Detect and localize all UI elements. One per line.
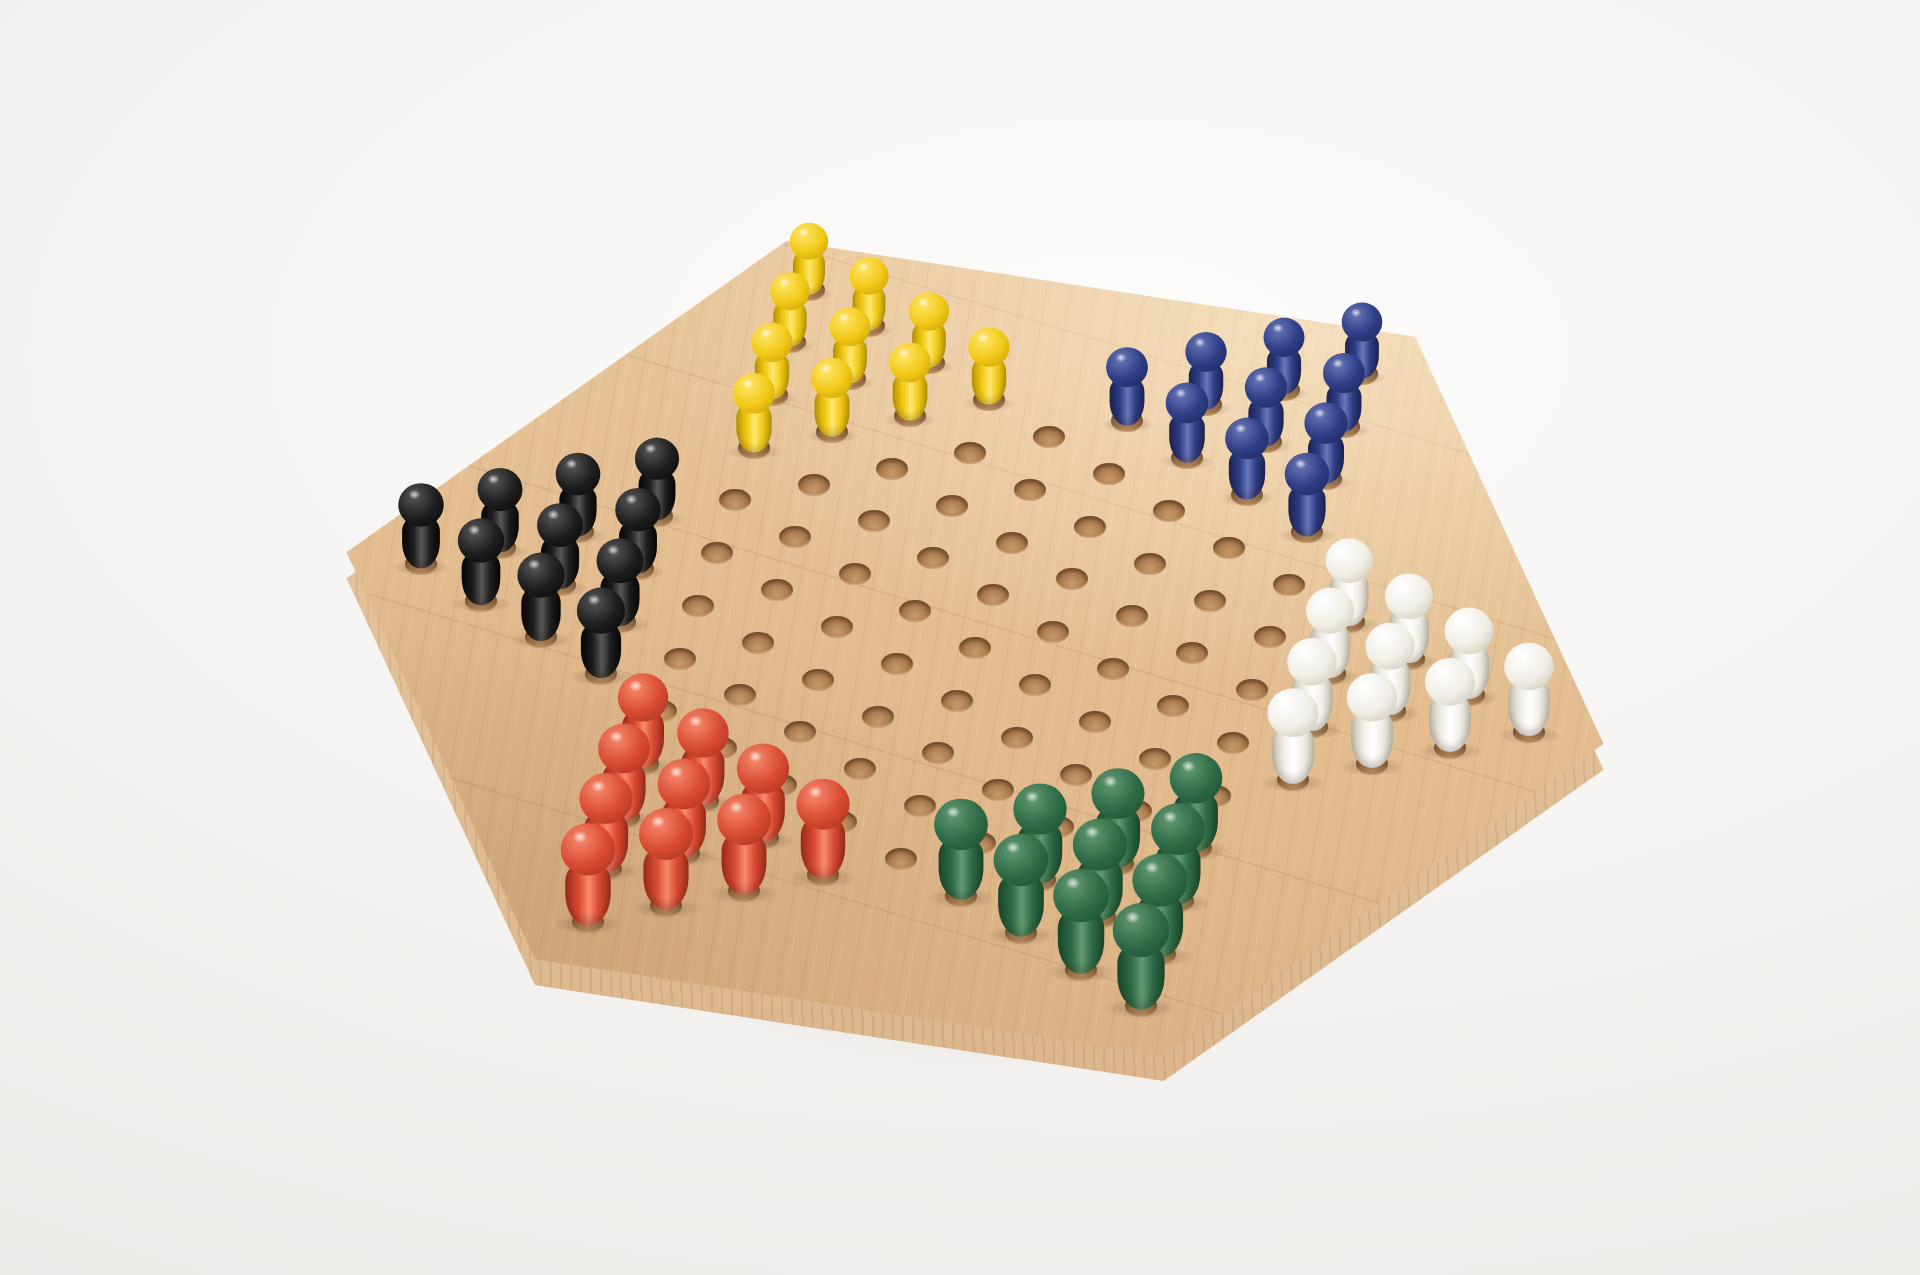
peg-white[interactable] xyxy=(1425,658,1475,756)
hole-empty[interactable] xyxy=(1079,711,1111,733)
peg-red[interactable] xyxy=(639,808,693,914)
peg-head xyxy=(934,798,988,850)
hole-empty[interactable] xyxy=(876,458,908,480)
peg-head xyxy=(1342,302,1383,341)
peg-head xyxy=(849,257,888,295)
peg-head xyxy=(1132,853,1187,906)
hole-empty[interactable] xyxy=(959,637,991,659)
hole-empty[interactable] xyxy=(1194,590,1226,612)
peg-head xyxy=(1268,688,1319,737)
hole-empty[interactable] xyxy=(1093,463,1125,485)
peg-head xyxy=(968,327,1009,367)
peg-red[interactable] xyxy=(796,778,849,882)
hole-empty[interactable] xyxy=(701,542,733,564)
hole-empty[interactable] xyxy=(1139,748,1171,770)
peg-head xyxy=(618,673,668,721)
peg-head xyxy=(596,538,643,583)
peg-head xyxy=(1346,673,1396,721)
peg-black[interactable] xyxy=(577,588,625,682)
hole-empty[interactable] xyxy=(1014,479,1046,501)
peg-head xyxy=(560,823,614,875)
hole-empty[interactable] xyxy=(1153,500,1185,522)
peg-head xyxy=(1285,453,1330,496)
peg-head xyxy=(1366,623,1415,670)
hole-empty[interactable] xyxy=(839,563,871,585)
peg-black[interactable] xyxy=(518,553,565,645)
peg-yellow[interactable] xyxy=(890,343,932,424)
peg-head xyxy=(639,808,693,860)
hole-empty[interactable] xyxy=(922,742,954,764)
hole-empty[interactable] xyxy=(798,474,830,496)
peg-head xyxy=(1264,317,1305,356)
peg-head xyxy=(1304,403,1347,444)
peg-head xyxy=(458,518,504,562)
hole-empty[interactable] xyxy=(996,532,1028,554)
peg-head xyxy=(1323,352,1365,392)
peg-head xyxy=(1091,768,1144,819)
hole-empty[interactable] xyxy=(881,653,913,675)
hole-empty[interactable] xyxy=(1019,674,1051,696)
hole-empty[interactable] xyxy=(1037,621,1069,643)
peg-head xyxy=(1385,573,1433,619)
hole-empty[interactable] xyxy=(862,706,894,728)
peg-head xyxy=(811,358,853,398)
peg-head xyxy=(579,773,632,824)
peg-yellow[interactable] xyxy=(732,373,774,456)
peg-head xyxy=(537,503,583,547)
hole-empty[interactable] xyxy=(821,616,853,638)
peg-head xyxy=(556,453,601,496)
hole-empty[interactable] xyxy=(1236,679,1268,701)
peg-head xyxy=(477,468,522,511)
peg-head xyxy=(577,588,625,634)
peg-head xyxy=(1053,869,1109,922)
hole-empty[interactable] xyxy=(1116,605,1148,627)
peg-white[interactable] xyxy=(1346,673,1396,772)
hole-empty[interactable] xyxy=(1056,568,1088,590)
peg-head xyxy=(751,322,792,361)
hole-empty[interactable] xyxy=(719,489,751,511)
peg-head xyxy=(677,708,728,757)
peg-yellow[interactable] xyxy=(968,327,1009,408)
peg-red[interactable] xyxy=(560,823,614,930)
hole-empty[interactable] xyxy=(682,595,714,617)
hole-empty[interactable] xyxy=(802,669,834,691)
hole-empty[interactable] xyxy=(844,758,876,780)
hole-empty[interactable] xyxy=(936,495,968,517)
peg-head xyxy=(599,723,651,773)
peg-green[interactable] xyxy=(1113,904,1170,1015)
peg-head xyxy=(890,343,932,383)
hole-empty[interactable] xyxy=(742,632,774,654)
peg-head xyxy=(1185,333,1226,373)
peg-head xyxy=(1151,803,1205,855)
hole-empty[interactable] xyxy=(1033,426,1065,448)
hole-empty[interactable] xyxy=(1074,516,1106,538)
peg-green[interactable] xyxy=(934,798,988,903)
peg-blue[interactable] xyxy=(1106,347,1148,429)
peg-head xyxy=(1106,347,1148,387)
peg-white[interactable] xyxy=(1268,688,1319,788)
hole-empty[interactable] xyxy=(977,584,1009,606)
hole-empty[interactable] xyxy=(1134,553,1166,575)
peg-blue[interactable] xyxy=(1166,383,1209,467)
peg-head xyxy=(615,488,661,532)
peg-head xyxy=(1504,643,1554,691)
hole-empty[interactable] xyxy=(1213,537,1245,559)
hole-empty[interactable] xyxy=(899,600,931,622)
peg-head xyxy=(732,373,774,414)
hole-empty[interactable] xyxy=(1176,642,1208,664)
hole-empty[interactable] xyxy=(779,526,811,548)
peg-head xyxy=(718,793,772,844)
hole-empty[interactable] xyxy=(1097,658,1129,680)
peg-head xyxy=(771,272,811,310)
peg-head xyxy=(909,292,949,331)
peg-head xyxy=(830,307,871,346)
peg-head xyxy=(796,778,849,829)
peg-head xyxy=(1444,608,1493,655)
peg-head xyxy=(1425,658,1475,706)
peg-head xyxy=(1166,383,1209,424)
peg-head xyxy=(994,833,1049,885)
peg-head xyxy=(1170,753,1223,803)
peg-head xyxy=(658,758,711,809)
peg-blue[interactable] xyxy=(1225,418,1269,503)
peg-blue[interactable] xyxy=(1285,453,1330,540)
hole-empty[interactable] xyxy=(1060,764,1092,786)
hole-empty[interactable] xyxy=(761,579,793,601)
peg-green[interactable] xyxy=(1053,869,1109,978)
peg-head xyxy=(635,438,679,480)
peg-green[interactable] xyxy=(994,833,1049,940)
hole-empty[interactable] xyxy=(1001,727,1033,749)
peg-head xyxy=(518,553,565,598)
hole-empty[interactable] xyxy=(917,547,949,569)
peg-head xyxy=(1244,368,1286,409)
peg-head xyxy=(1325,538,1372,583)
peg-head xyxy=(1225,418,1269,460)
peg-head xyxy=(737,743,789,793)
hole-empty[interactable] xyxy=(784,721,816,743)
peg-head xyxy=(1113,904,1170,958)
peg-black[interactable] xyxy=(399,483,444,572)
hole-empty[interactable] xyxy=(885,848,917,870)
peg-head xyxy=(1013,783,1066,834)
hole-empty[interactable] xyxy=(858,510,890,532)
peg-head xyxy=(1287,638,1337,685)
peg-black[interactable] xyxy=(458,518,504,609)
scene xyxy=(0,0,1920,1275)
peg-head xyxy=(1306,588,1354,634)
peg-yellow[interactable] xyxy=(811,358,853,440)
hole-empty[interactable] xyxy=(941,690,973,712)
hole-empty[interactable] xyxy=(1254,626,1286,648)
hole-empty[interactable] xyxy=(1217,732,1249,754)
hole-empty[interactable] xyxy=(1157,695,1189,717)
hole-empty[interactable] xyxy=(954,442,986,464)
hole-empty[interactable] xyxy=(724,684,756,706)
peg-head xyxy=(399,483,444,526)
peg-white[interactable] xyxy=(1504,643,1554,740)
peg-head xyxy=(1072,818,1126,870)
hole-empty[interactable] xyxy=(664,648,696,670)
hole-empty[interactable] xyxy=(1273,574,1305,596)
peg-head xyxy=(790,222,828,259)
peg-red[interactable] xyxy=(718,793,772,898)
hole-empty[interactable] xyxy=(904,795,936,817)
